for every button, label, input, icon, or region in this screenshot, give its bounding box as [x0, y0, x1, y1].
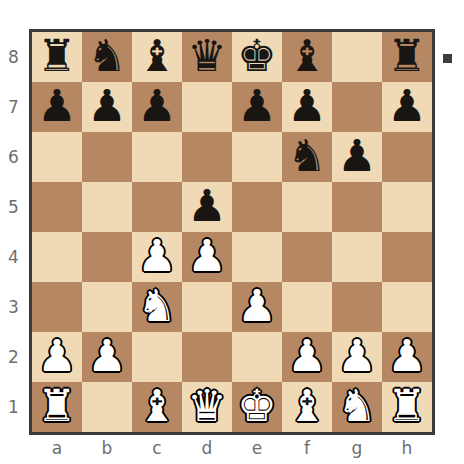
file-label-h: h	[382, 434, 432, 462]
piece-black-pawn[interactable]: ♟	[387, 84, 426, 128]
piece-white-pawn[interactable]: ♟	[37, 334, 76, 378]
square-a4[interactable]	[32, 232, 82, 282]
piece-black-queen[interactable]: ♛	[187, 34, 226, 78]
square-f2[interactable]: ♟	[282, 332, 332, 382]
square-c6[interactable]	[132, 132, 182, 182]
piece-black-knight[interactable]: ♞	[87, 34, 126, 78]
square-e7[interactable]: ♟	[232, 82, 282, 132]
square-f7[interactable]: ♟	[282, 82, 332, 132]
square-h3[interactable]	[382, 282, 432, 332]
rank-label-8: 8	[0, 32, 27, 82]
square-e6[interactable]	[232, 132, 282, 182]
rank-label-5: 5	[0, 182, 27, 232]
piece-black-bishop[interactable]: ♝	[137, 34, 176, 78]
square-d6[interactable]	[182, 132, 232, 182]
piece-white-pawn[interactable]: ♟	[337, 334, 376, 378]
black-to-move-indicator	[443, 54, 452, 63]
piece-white-bishop[interactable]: ♝	[287, 384, 326, 428]
square-b7[interactable]: ♟	[82, 82, 132, 132]
square-a2[interactable]: ♟	[32, 332, 82, 382]
square-b6[interactable]	[82, 132, 132, 182]
piece-black-bishop[interactable]: ♝	[287, 34, 326, 78]
piece-white-pawn[interactable]: ♟	[387, 334, 426, 378]
square-b8[interactable]: ♞	[82, 32, 132, 82]
square-c3[interactable]: ♞	[132, 282, 182, 332]
square-f8[interactable]: ♝	[282, 32, 332, 82]
piece-black-rook[interactable]: ♜	[37, 34, 76, 78]
square-c4[interactable]: ♟	[132, 232, 182, 282]
square-b4[interactable]	[82, 232, 132, 282]
square-b5[interactable]	[82, 182, 132, 232]
board-frame: ♜♞♝♛♚♝♜♟♟♟♟♟♟♞♟♟♟♟♞♟♟♟♟♟♟♜♝♛♚♝♞♜	[29, 29, 435, 435]
square-c2[interactable]	[132, 332, 182, 382]
square-g5[interactable]	[332, 182, 382, 232]
piece-white-queen[interactable]: ♛	[187, 384, 226, 428]
square-a5[interactable]	[32, 182, 82, 232]
square-a7[interactable]: ♟	[32, 82, 82, 132]
piece-white-pawn[interactable]: ♟	[187, 234, 226, 278]
square-f1[interactable]: ♝	[282, 382, 332, 432]
square-h5[interactable]	[382, 182, 432, 232]
square-g1[interactable]: ♞	[332, 382, 382, 432]
piece-white-pawn[interactable]: ♟	[237, 284, 276, 328]
square-c7[interactable]: ♟	[132, 82, 182, 132]
square-a6[interactable]	[32, 132, 82, 182]
square-b1[interactable]	[82, 382, 132, 432]
square-b3[interactable]	[82, 282, 132, 332]
square-g6[interactable]: ♟	[332, 132, 382, 182]
square-d8[interactable]: ♛	[182, 32, 232, 82]
rank-label-4: 4	[0, 232, 27, 282]
piece-black-pawn[interactable]: ♟	[187, 184, 226, 228]
file-label-g: g	[332, 434, 382, 462]
square-g4[interactable]	[332, 232, 382, 282]
piece-black-rook[interactable]: ♜	[387, 34, 426, 78]
piece-black-pawn[interactable]: ♟	[237, 84, 276, 128]
square-d4[interactable]: ♟	[182, 232, 232, 282]
square-c8[interactable]: ♝	[132, 32, 182, 82]
square-g7[interactable]	[332, 82, 382, 132]
square-f6[interactable]: ♞	[282, 132, 332, 182]
piece-white-rook[interactable]: ♜	[387, 384, 426, 428]
piece-black-pawn[interactable]: ♟	[87, 84, 126, 128]
piece-black-knight[interactable]: ♞	[287, 134, 326, 178]
chess-app: 87654321 ♜♞♝♛♚♝♜♟♟♟♟♟♟♞♟♟♟♟♞♟♟♟♟♟♟♜♝♛♚♝♞…	[0, 0, 464, 464]
file-label-b: b	[82, 434, 132, 462]
square-e2[interactable]	[232, 332, 282, 382]
piece-white-pawn[interactable]: ♟	[87, 334, 126, 378]
rank-label-6: 6	[0, 132, 27, 182]
rank-label-3: 3	[0, 282, 27, 332]
square-g8[interactable]	[332, 32, 382, 82]
piece-black-pawn[interactable]: ♟	[37, 84, 76, 128]
square-h1[interactable]: ♜	[382, 382, 432, 432]
file-label-d: d	[182, 434, 232, 462]
square-d1[interactable]: ♛	[182, 382, 232, 432]
square-e4[interactable]	[232, 232, 282, 282]
rank-label-1: 1	[0, 382, 27, 432]
piece-white-rook[interactable]: ♜	[37, 384, 76, 428]
piece-black-king[interactable]: ♚	[237, 34, 276, 78]
square-e3[interactable]: ♟	[232, 282, 282, 332]
piece-white-knight[interactable]: ♞	[137, 284, 176, 328]
square-d5[interactable]: ♟	[182, 182, 232, 232]
file-label-e: e	[232, 434, 282, 462]
file-label-a: a	[32, 434, 82, 462]
square-g2[interactable]: ♟	[332, 332, 382, 382]
file-label-f: f	[282, 434, 332, 462]
square-f3[interactable]	[282, 282, 332, 332]
chess-board: ♜♞♝♛♚♝♜♟♟♟♟♟♟♞♟♟♟♟♞♟♟♟♟♟♟♜♝♛♚♝♞♜	[32, 32, 432, 432]
square-h4[interactable]	[382, 232, 432, 282]
file-label-c: c	[132, 434, 182, 462]
square-c5[interactable]	[132, 182, 182, 232]
piece-black-pawn[interactable]: ♟	[137, 84, 176, 128]
square-e5[interactable]	[232, 182, 282, 232]
square-h6[interactable]	[382, 132, 432, 182]
square-c1[interactable]: ♝	[132, 382, 182, 432]
square-e8[interactable]: ♚	[232, 32, 282, 82]
square-f5[interactable]	[282, 182, 332, 232]
square-g3[interactable]	[332, 282, 382, 332]
square-d3[interactable]	[182, 282, 232, 332]
piece-white-bishop[interactable]: ♝	[137, 384, 176, 428]
rank-label-2: 2	[0, 332, 27, 382]
square-a3[interactable]	[32, 282, 82, 332]
square-h8[interactable]: ♜	[382, 32, 432, 82]
square-d7[interactable]	[182, 82, 232, 132]
piece-white-pawn[interactable]: ♟	[287, 334, 326, 378]
square-h2[interactable]: ♟	[382, 332, 432, 382]
piece-black-pawn[interactable]: ♟	[287, 84, 326, 128]
piece-white-knight[interactable]: ♞	[337, 384, 376, 428]
square-d2[interactable]	[182, 332, 232, 382]
square-h7[interactable]: ♟	[382, 82, 432, 132]
square-b2[interactable]: ♟	[82, 332, 132, 382]
piece-white-king[interactable]: ♚	[237, 384, 276, 428]
rank-label-7: 7	[0, 82, 27, 132]
piece-white-pawn[interactable]: ♟	[137, 234, 176, 278]
square-a8[interactable]: ♜	[32, 32, 82, 82]
square-f4[interactable]	[282, 232, 332, 282]
square-a1[interactable]: ♜	[32, 382, 82, 432]
square-e1[interactable]: ♚	[232, 382, 282, 432]
piece-black-pawn[interactable]: ♟	[337, 134, 376, 178]
